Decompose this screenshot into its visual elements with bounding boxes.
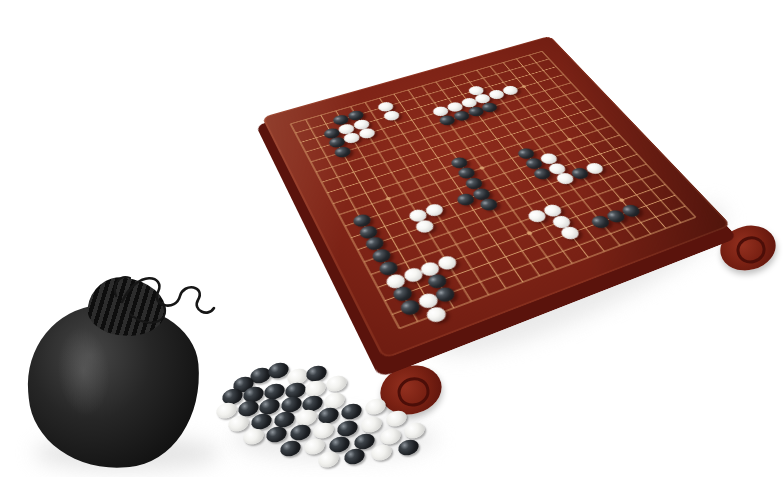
stone-bag: [18, 258, 218, 473]
bag-drawstring: [110, 256, 220, 342]
loose-white-stone: [324, 373, 348, 393]
product-photo: [0, 0, 784, 477]
hoshi-point: [566, 137, 572, 141]
go-board: [262, 36, 732, 360]
hoshi-point: [521, 85, 527, 88]
